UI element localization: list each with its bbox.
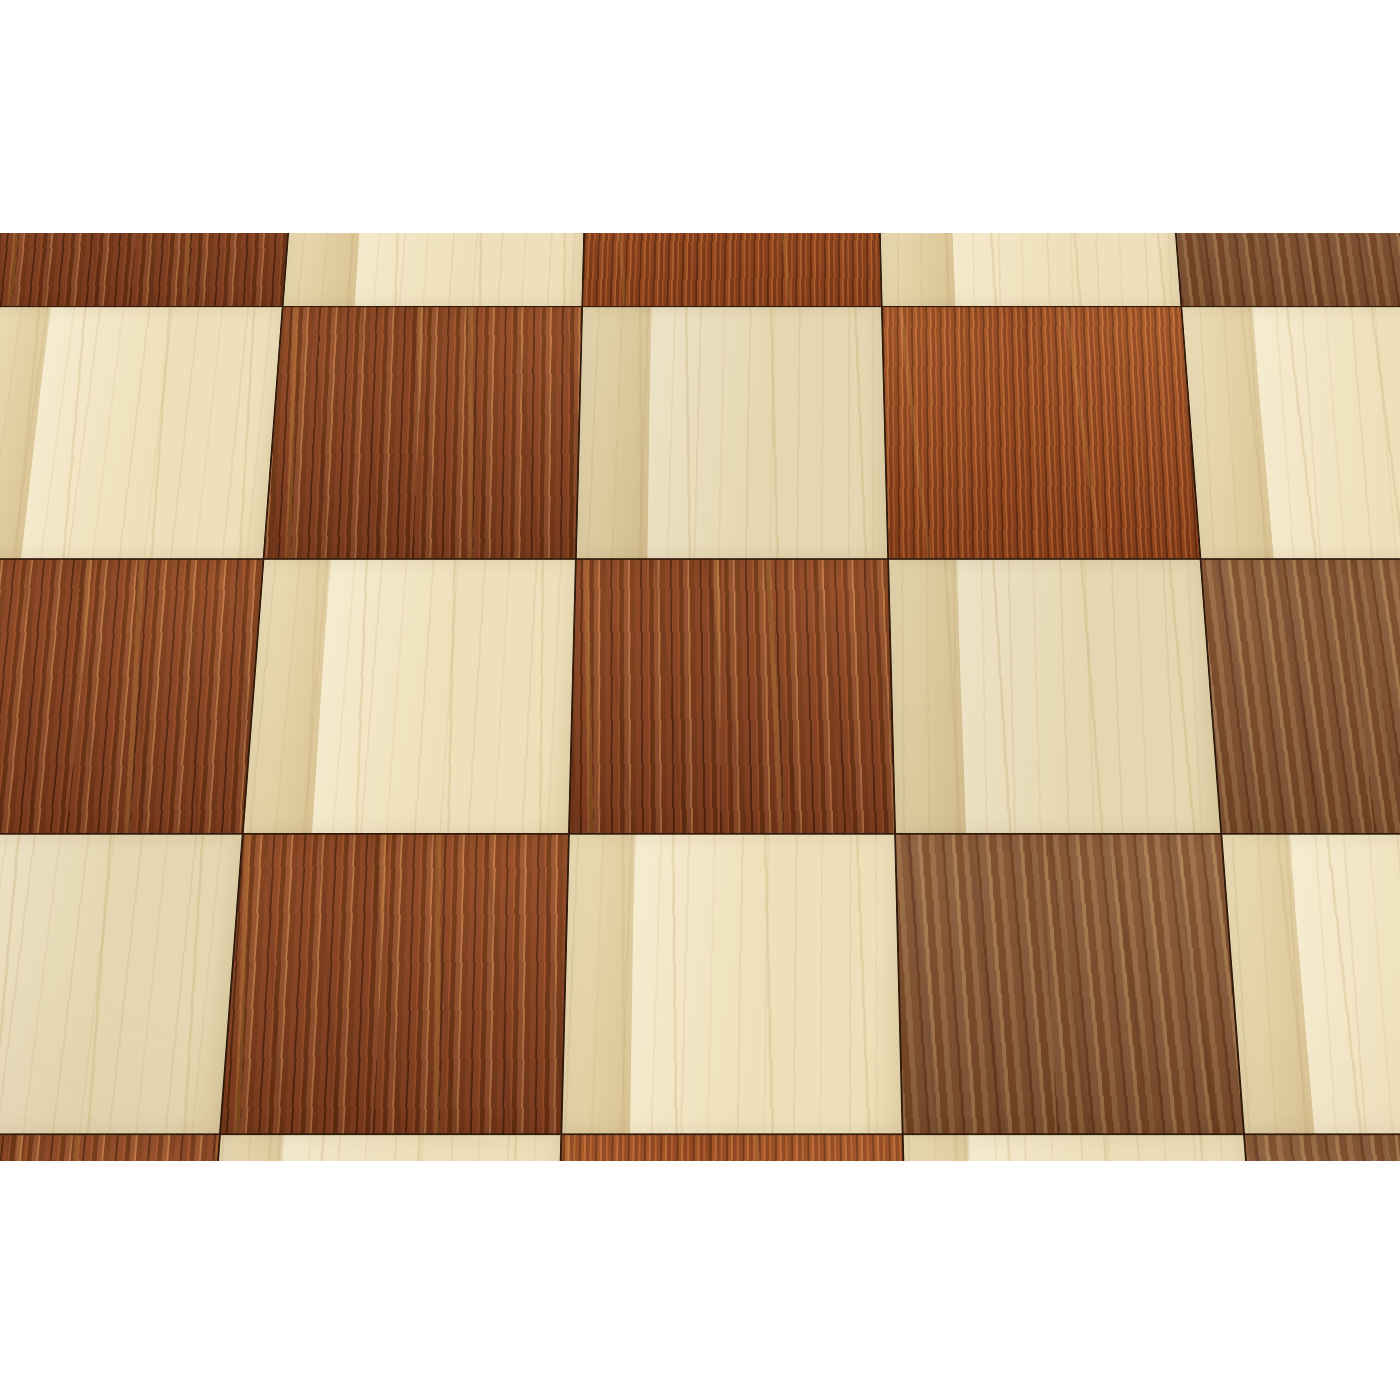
board-square-r1c2 <box>283 233 588 307</box>
board-square-r2c5 <box>1181 307 1400 559</box>
board-square-r4c3 <box>561 834 902 1134</box>
board-square-r5c1 <box>0 1134 220 1161</box>
product-photo-canvas <box>0 0 1400 1400</box>
board-square-r3c4 <box>888 559 1221 834</box>
board-square-r1c3 <box>582 233 882 307</box>
board-square-r2c4 <box>882 307 1201 559</box>
board-square-r2c3 <box>576 307 888 559</box>
chess-board <box>0 233 1400 1161</box>
board-square-r4c4 <box>895 834 1244 1134</box>
board-square-r4c5 <box>1221 834 1400 1134</box>
board-square-r2c2 <box>264 307 583 559</box>
board-square-r2c1 <box>0 307 283 559</box>
board-square-r3c1 <box>0 559 264 834</box>
chessboard-photo <box>0 233 1400 1161</box>
board-square-r5c2 <box>195 1134 561 1161</box>
board-square-r1c1 <box>0 233 300 307</box>
board-square-r3c5 <box>1200 559 1400 834</box>
board-square-r5c3 <box>553 1134 911 1161</box>
board-square-r3c2 <box>243 559 576 834</box>
board-square-r1c5 <box>1164 233 1400 307</box>
board-square-r5c4 <box>903 1134 1269 1161</box>
board-square-r4c2 <box>220 834 569 1134</box>
board-square-r1c4 <box>876 233 1181 307</box>
board-square-r3c3 <box>569 559 895 834</box>
board-square-r5c5 <box>1244 1134 1400 1161</box>
board-square-r4c1 <box>0 834 243 1134</box>
